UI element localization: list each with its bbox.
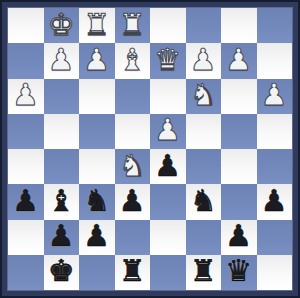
- square-b5[interactable]: [221, 149, 257, 184]
- square-d4[interactable]: ♟: [150, 114, 186, 149]
- square-f1[interactable]: ♜: [79, 8, 115, 43]
- square-f5[interactable]: [79, 149, 115, 184]
- square-f6[interactable]: ♞: [79, 184, 115, 219]
- square-g2[interactable]: ♟: [44, 43, 80, 78]
- square-a7[interactable]: [257, 220, 293, 255]
- square-d1[interactable]: [150, 8, 186, 43]
- square-e7[interactable]: [115, 220, 151, 255]
- square-g4[interactable]: [44, 114, 80, 149]
- square-h2[interactable]: [8, 43, 44, 78]
- white-pawn-piece: ♟: [190, 45, 217, 75]
- square-c3[interactable]: ♞: [186, 79, 222, 114]
- black-pawn-piece: ♟: [225, 221, 252, 251]
- square-e1[interactable]: ♜: [115, 8, 151, 43]
- white-rook-piece: ♜: [119, 10, 146, 40]
- square-b1[interactable]: [221, 8, 257, 43]
- square-d2[interactable]: ♛: [150, 43, 186, 78]
- square-h8[interactable]: [8, 255, 44, 290]
- square-b4[interactable]: [221, 114, 257, 149]
- square-c5[interactable]: [186, 149, 222, 184]
- square-g5[interactable]: [44, 149, 80, 184]
- black-pawn-piece: ♟: [119, 186, 146, 216]
- white-pawn-piece: ♟: [12, 80, 39, 110]
- square-c8[interactable]: ♜: [186, 255, 222, 290]
- black-pawn-piece: ♟: [48, 221, 75, 251]
- white-queen-piece: ♛: [154, 45, 181, 75]
- square-h6[interactable]: ♟: [8, 184, 44, 219]
- square-b3[interactable]: [221, 79, 257, 114]
- black-pawn-piece: ♟: [154, 151, 181, 181]
- black-queen-piece: ♛: [225, 256, 252, 286]
- square-e2[interactable]: ♝: [115, 43, 151, 78]
- square-e8[interactable]: ♜: [115, 255, 151, 290]
- square-d7[interactable]: [150, 220, 186, 255]
- square-a6[interactable]: ♟: [257, 184, 293, 219]
- white-knight-piece: ♞: [190, 80, 217, 110]
- black-king-piece: ♚: [48, 256, 75, 286]
- square-d3[interactable]: [150, 79, 186, 114]
- square-b8[interactable]: ♛: [221, 255, 257, 290]
- square-h1[interactable]: [8, 8, 44, 43]
- black-rook-piece: ♜: [119, 256, 146, 286]
- square-c2[interactable]: ♟: [186, 43, 222, 78]
- white-pawn-piece: ♟: [154, 115, 181, 145]
- white-pawn-piece: ♟: [48, 45, 75, 75]
- square-c1[interactable]: [186, 8, 222, 43]
- square-b6[interactable]: [221, 184, 257, 219]
- black-rook-piece: ♜: [190, 256, 217, 286]
- white-pawn-piece: ♟: [83, 45, 110, 75]
- black-knight-piece: ♞: [190, 186, 217, 216]
- white-bishop-piece: ♝: [119, 45, 146, 75]
- square-e5[interactable]: ♞: [115, 149, 151, 184]
- square-h7[interactable]: [8, 220, 44, 255]
- square-d5[interactable]: ♟: [150, 149, 186, 184]
- square-c6[interactable]: ♞: [186, 184, 222, 219]
- white-rook-piece: ♜: [83, 10, 110, 40]
- square-a4[interactable]: [257, 114, 293, 149]
- white-pawn-piece: ♟: [225, 45, 252, 75]
- square-g1[interactable]: ♚: [44, 8, 80, 43]
- square-h4[interactable]: [8, 114, 44, 149]
- square-d8[interactable]: [150, 255, 186, 290]
- square-g7[interactable]: ♟: [44, 220, 80, 255]
- square-e6[interactable]: ♟: [115, 184, 151, 219]
- square-h3[interactable]: ♟: [8, 79, 44, 114]
- square-f4[interactable]: [79, 114, 115, 149]
- square-a8[interactable]: [257, 255, 293, 290]
- square-e3[interactable]: [115, 79, 151, 114]
- black-pawn-piece: ♟: [83, 221, 110, 251]
- square-b7[interactable]: ♟: [221, 220, 257, 255]
- chess-board-frame: ♚♜♜♟♟♝♛♟♟♟♞♟♟♞♟♟♝♞♟♞♟♟♟♟♚♜♜♛: [0, 0, 300, 298]
- square-a1[interactable]: [257, 8, 293, 43]
- white-pawn-piece: ♟: [261, 80, 288, 110]
- square-c4[interactable]: [186, 114, 222, 149]
- black-pawn-piece: ♟: [12, 186, 39, 216]
- square-a3[interactable]: ♟: [257, 79, 293, 114]
- square-f2[interactable]: ♟: [79, 43, 115, 78]
- square-h5[interactable]: [8, 149, 44, 184]
- black-bishop-piece: ♝: [48, 186, 75, 216]
- white-king-piece: ♚: [48, 10, 75, 40]
- square-g6[interactable]: ♝: [44, 184, 80, 219]
- square-g8[interactable]: ♚: [44, 255, 80, 290]
- square-f7[interactable]: ♟: [79, 220, 115, 255]
- black-pawn-piece: ♟: [261, 186, 288, 216]
- square-f8[interactable]: [79, 255, 115, 290]
- chess-board: ♚♜♜♟♟♝♛♟♟♟♞♟♟♞♟♟♝♞♟♞♟♟♟♟♚♜♜♛: [8, 8, 292, 290]
- square-e4[interactable]: [115, 114, 151, 149]
- square-d6[interactable]: [150, 184, 186, 219]
- square-g3[interactable]: [44, 79, 80, 114]
- square-a5[interactable]: [257, 149, 293, 184]
- black-knight-piece: ♞: [83, 186, 110, 216]
- square-c7[interactable]: [186, 220, 222, 255]
- white-knight-piece: ♞: [119, 151, 146, 181]
- square-b2[interactable]: ♟: [221, 43, 257, 78]
- square-a2[interactable]: [257, 43, 293, 78]
- square-f3[interactable]: [79, 79, 115, 114]
